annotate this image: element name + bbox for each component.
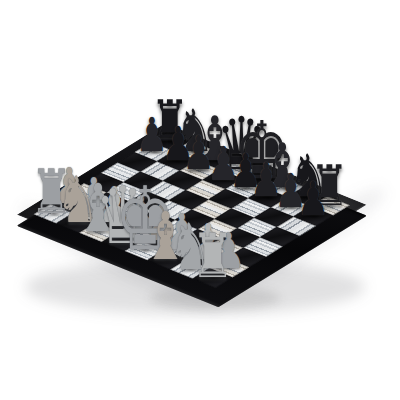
black-pawn-glyph: ♟ — [297, 176, 329, 223]
chess-set-photo: ♜♞♝♛♚♝♞♜♟♟♟♟♟♟♟♟♟♟♟♟♟♟♟♟♜♞♝♛♚♝♞♜ — [0, 0, 400, 400]
white-rook-glyph: ♜ — [191, 226, 233, 287]
